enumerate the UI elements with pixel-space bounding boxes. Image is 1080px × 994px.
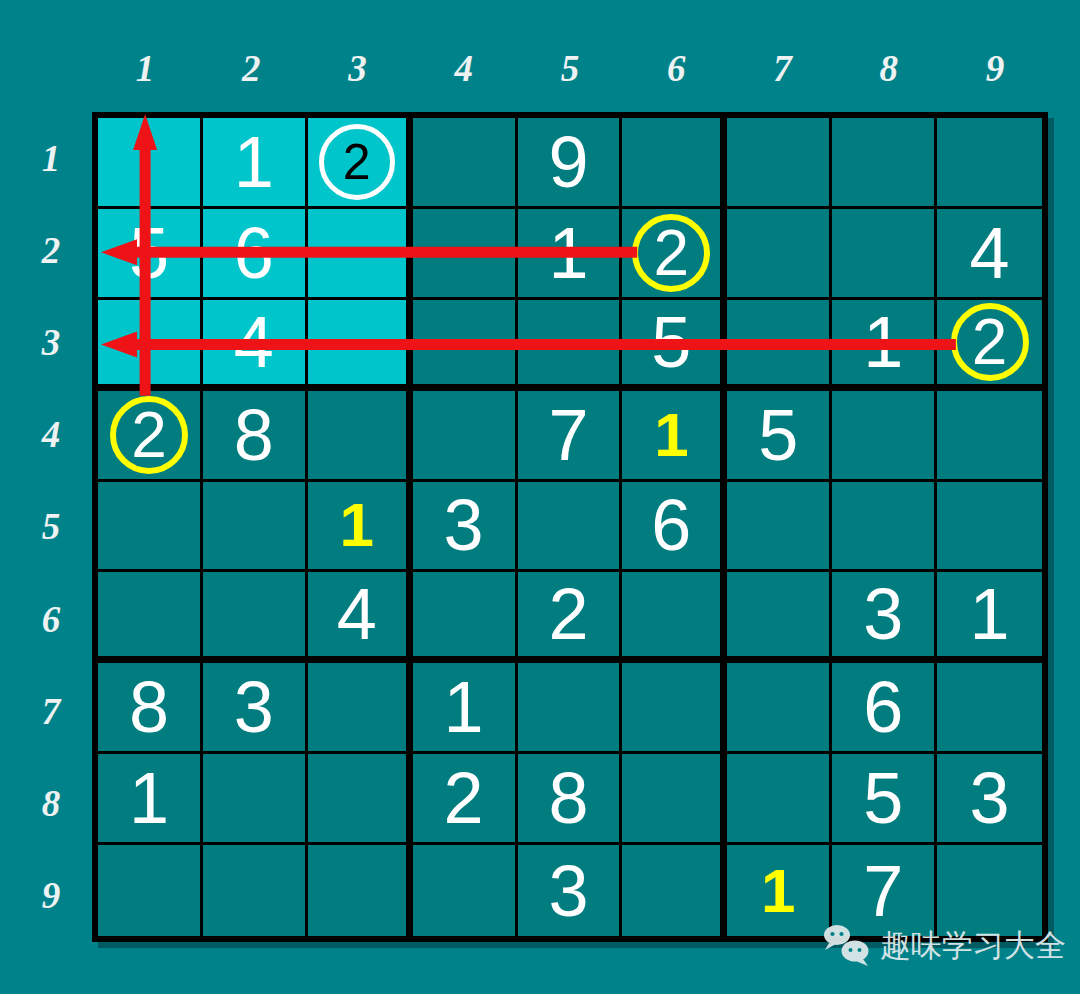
- cell-r7c9: [937, 663, 1042, 754]
- cell-r6c5: 2: [518, 572, 623, 663]
- digit: 1: [234, 126, 274, 198]
- cell-r9c8: 7: [832, 845, 937, 936]
- digit: 7: [863, 855, 903, 927]
- cell-r3c1: [98, 300, 203, 391]
- digit: 1: [548, 217, 588, 289]
- cell-r1c4: [413, 118, 518, 209]
- cell-r9c4: [413, 845, 518, 936]
- cell-r5c6: 6: [622, 482, 727, 573]
- cell-r2c9: 4: [937, 209, 1042, 300]
- col-label-1: 1: [92, 38, 198, 98]
- row-label-3: 3: [22, 296, 80, 388]
- cell-r1c3: 2: [308, 118, 413, 209]
- digit: 2: [654, 221, 690, 285]
- cell-r3c5: [518, 300, 623, 391]
- cell-r8c6: [622, 754, 727, 845]
- cell-r2c7: [727, 209, 832, 300]
- digit: 5: [129, 217, 169, 289]
- cell-r2c1: 5: [98, 209, 203, 300]
- row-label-4: 4: [22, 389, 80, 481]
- row-label-1: 1: [22, 112, 80, 204]
- digit: 3: [234, 671, 274, 743]
- col-label-5: 5: [517, 38, 623, 98]
- watermark: 趣味学习大全: [822, 924, 1066, 968]
- cell-r4c8: [832, 391, 937, 482]
- digit: 1: [654, 404, 688, 466]
- cell-r6c4: [413, 572, 518, 663]
- row-labels: 123456789: [22, 112, 80, 942]
- cell-r7c1: 8: [98, 663, 203, 754]
- digit: 5: [651, 306, 691, 378]
- cell-r8c9: 3: [937, 754, 1042, 845]
- cell-r5c7: [727, 482, 832, 573]
- cell-r2c6: 2: [622, 209, 727, 300]
- cell-r9c1: [98, 845, 203, 936]
- cell-r4c6: 1: [622, 391, 727, 482]
- wechat-icon: [822, 924, 872, 968]
- cell-r9c2: [203, 845, 308, 936]
- cell-r7c4: 1: [413, 663, 518, 754]
- cell-r2c5: 1: [518, 209, 623, 300]
- cell-r8c4: 2: [413, 754, 518, 845]
- digit: 1: [444, 671, 484, 743]
- cell-r1c1: [98, 118, 203, 209]
- row-label-5: 5: [22, 481, 80, 573]
- digit: 6: [863, 671, 903, 743]
- cell-r4c2: 8: [203, 391, 308, 482]
- cell-r6c6: [622, 572, 727, 663]
- cell-r9c5: 3: [518, 845, 623, 936]
- digit: 8: [548, 762, 588, 834]
- digit: 1: [970, 578, 1010, 650]
- digit: 6: [651, 489, 691, 561]
- cell-r4c1: 2: [98, 391, 203, 482]
- row-label-6: 6: [22, 573, 80, 665]
- cell-r5c9: [937, 482, 1042, 573]
- cell-r5c8: [832, 482, 937, 573]
- digit: 1: [761, 860, 795, 922]
- column-labels: 123456789: [92, 38, 1048, 98]
- cell-r1c2: 1: [203, 118, 308, 209]
- digit: 9: [548, 126, 588, 198]
- digit: 6: [234, 217, 274, 289]
- cell-r4c4: [413, 391, 518, 482]
- digit: 4: [337, 578, 377, 650]
- row-label-8: 8: [22, 758, 80, 850]
- cell-r6c9: 1: [937, 572, 1042, 663]
- cell-r6c1: [98, 572, 203, 663]
- col-label-9: 9: [942, 38, 1048, 98]
- cell-r9c6: [622, 845, 727, 936]
- digit: 7: [548, 399, 588, 471]
- cell-r5c2: [203, 482, 308, 573]
- cell-r8c2: [203, 754, 308, 845]
- cell-r7c2: 3: [203, 663, 308, 754]
- cell-r8c1: 1: [98, 754, 203, 845]
- cell-r6c8: 3: [832, 572, 937, 663]
- cell-r3c7: [727, 300, 832, 391]
- cell-r8c3: [308, 754, 413, 845]
- cell-r6c2: [203, 572, 308, 663]
- col-label-2: 2: [198, 38, 304, 98]
- cell-r3c4: [413, 300, 518, 391]
- cell-r2c3: [308, 209, 413, 300]
- watermark-text: 趣味学习大全: [880, 925, 1066, 967]
- yellow-circle-annotation: 2: [951, 303, 1029, 381]
- digit: 8: [129, 671, 169, 743]
- row-label-9: 9: [22, 850, 80, 942]
- digit: 2: [444, 762, 484, 834]
- cell-r6c3: 4: [308, 572, 413, 663]
- digit: 1: [339, 494, 373, 556]
- cell-r3c3: [308, 300, 413, 391]
- digit: 2: [548, 578, 588, 650]
- sudoku-board: 129561244512287151364231831612853317: [92, 112, 1048, 942]
- cell-r6c7: [727, 572, 832, 663]
- cell-r1c6: [622, 118, 727, 209]
- col-label-8: 8: [836, 38, 942, 98]
- cell-r4c7: 5: [727, 391, 832, 482]
- digit: 5: [863, 762, 903, 834]
- digit: 5: [758, 399, 798, 471]
- cell-r1c9: [937, 118, 1042, 209]
- cell-r9c3: [308, 845, 413, 936]
- cell-r5c3: 1: [308, 482, 413, 573]
- digit: 3: [548, 855, 588, 927]
- cell-r9c9: [937, 845, 1042, 936]
- cell-r4c5: 7: [518, 391, 623, 482]
- cell-r8c7: [727, 754, 832, 845]
- cell-r5c4: 3: [413, 482, 518, 573]
- cell-r5c1: [98, 482, 203, 573]
- cell-r3c2: 4: [203, 300, 308, 391]
- col-label-4: 4: [411, 38, 517, 98]
- cell-r8c5: 8: [518, 754, 623, 845]
- cell-r2c8: [832, 209, 937, 300]
- white-circle-annotation: 2: [319, 124, 395, 200]
- digit: 4: [234, 306, 274, 378]
- cell-r7c7: [727, 663, 832, 754]
- digit: 2: [131, 403, 167, 467]
- cell-r5c5: [518, 482, 623, 573]
- cell-r8c8: 5: [832, 754, 937, 845]
- cell-r7c8: 6: [832, 663, 937, 754]
- row-label-7: 7: [22, 665, 80, 757]
- digit: 3: [970, 762, 1010, 834]
- cell-r7c5: [518, 663, 623, 754]
- cell-r4c9: [937, 391, 1042, 482]
- digit: 1: [863, 306, 903, 378]
- yellow-circle-annotation: 2: [110, 396, 188, 474]
- cell-r7c6: [622, 663, 727, 754]
- digit: 1: [129, 762, 169, 834]
- cell-r3c6: 5: [622, 300, 727, 391]
- cell-r3c9: 2: [937, 300, 1042, 391]
- digit: 3: [444, 489, 484, 561]
- digit: 4: [970, 217, 1010, 289]
- yellow-circle-annotation: 2: [632, 214, 710, 292]
- cell-r2c2: 6: [203, 209, 308, 300]
- col-label-7: 7: [729, 38, 835, 98]
- cell-r1c5: 9: [518, 118, 623, 209]
- row-label-2: 2: [22, 204, 80, 296]
- cell-r3c8: 1: [832, 300, 937, 391]
- cell-r4c3: [308, 391, 413, 482]
- digit: 8: [234, 399, 274, 471]
- cell-r1c7: [727, 118, 832, 209]
- candidate-digit: 2: [343, 137, 371, 187]
- digit: 3: [863, 578, 903, 650]
- digit: 2: [972, 310, 1008, 374]
- cell-r9c7: 1: [727, 845, 832, 936]
- col-label-3: 3: [304, 38, 410, 98]
- cell-r7c3: [308, 663, 413, 754]
- col-label-6: 6: [623, 38, 729, 98]
- cell-r1c8: [832, 118, 937, 209]
- cell-r2c4: [413, 209, 518, 300]
